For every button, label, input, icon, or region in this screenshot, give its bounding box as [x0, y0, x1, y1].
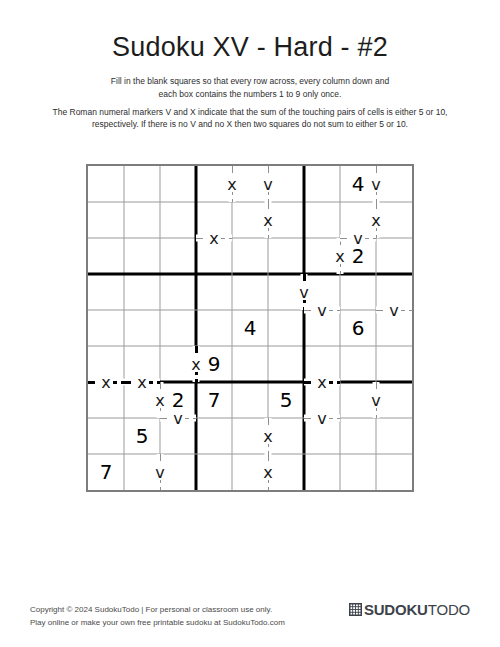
xv-marker-letter: V [387, 305, 400, 316]
cell-r5c1-empty [88, 310, 124, 346]
xv-marker-v-r1c8-east: V [373, 166, 380, 202]
cell-r2c2-empty [124, 202, 160, 238]
xv-marker-x-r3c7-east: X [337, 238, 344, 274]
xv-marker-letter: X [263, 213, 272, 228]
cell-r6c6-empty [268, 346, 304, 382]
xv-marker-x-r2c4-south: X [196, 235, 232, 242]
cell-r1c1-empty [88, 166, 124, 202]
xv-marker-letter: V [315, 305, 328, 316]
logo-text-sudoku: SUDOKU [364, 601, 428, 618]
xv-marker-letter: X [335, 249, 344, 264]
cell-r5c6-empty [268, 310, 304, 346]
sudokutodo-logo: SUDOKU TODO [349, 600, 470, 618]
xv-marker-x-r9c5-east: X [265, 454, 272, 490]
instructions-basic-line1: Fill in the blank squares so that every … [0, 75, 500, 88]
sudoku-grid-icon [349, 603, 364, 616]
instructions-xv-line2: respectively. If there is no V and no X … [0, 118, 500, 130]
xv-marker-x-r6c1-south: X [88, 379, 124, 386]
cell-r9c8-empty [340, 454, 376, 490]
cell-r2c1-empty [88, 202, 124, 238]
cell-r1c3-empty [160, 166, 196, 202]
xv-marker-letter: X [315, 377, 328, 388]
cell-r9c6-empty [268, 454, 304, 490]
xv-marker-letter: X [135, 377, 148, 388]
cell-r9c3-empty [160, 454, 196, 490]
xv-marker-letter: V [315, 413, 328, 424]
xv-marker-letter: X [263, 429, 272, 444]
cell-r7c6-given: 5 [268, 382, 304, 418]
xv-marker-x-r6c2-south: X [124, 379, 160, 386]
instructions-basic-line2: each box contains the numbers 1 to 9 onl… [0, 88, 500, 101]
xv-marker-x-r6c7-south: X [304, 379, 340, 386]
xv-marker-letter: X [191, 357, 200, 372]
xv-marker-letter: V [371, 177, 380, 192]
cell-r7c4-given: 7 [196, 382, 232, 418]
xv-marker-v-r1c5-east: V [265, 166, 272, 202]
copyright-line2: Play online or make your own free printa… [30, 617, 285, 630]
xv-marker-letter: X [99, 377, 112, 388]
cell-r5c2-empty [124, 310, 160, 346]
xv-marker-x-r2c5-east: X [265, 202, 272, 238]
cell-r3c5-empty [232, 238, 268, 274]
xv-marker-letter: X [371, 213, 380, 228]
copyright-text: Copyright © 2024 SudokuTodo | For person… [30, 604, 285, 629]
page-title: Sudoku XV - Hard - #2 [0, 32, 500, 63]
logo-text-todo: TODO [428, 601, 470, 618]
xv-marker-letter: X [227, 177, 236, 192]
cell-r8c9-empty [376, 418, 412, 454]
xv-marker-x-r2c8-east: X [373, 202, 380, 238]
cell-r5c4-empty [196, 310, 232, 346]
cell-r9c9-empty [376, 454, 412, 490]
cell-r4c1-empty [88, 274, 124, 310]
cell-r6c5-empty [232, 346, 268, 382]
cell-r3c6-empty [268, 238, 304, 274]
cell-r4c8-empty [340, 274, 376, 310]
cell-r2c7-empty [304, 202, 340, 238]
copyright-line1: Copyright © 2024 SudokuTodo | For person… [30, 604, 285, 617]
xv-marker-v-r4c7-south: V [304, 307, 340, 314]
xv-marker-v-r7c3-south: V [160, 415, 196, 422]
xv-marker-v-r9c2-east: V [157, 454, 164, 490]
cell-r4c5-empty [232, 274, 268, 310]
cell-r9c1-given: 7 [88, 454, 124, 490]
cell-r6c9-empty [376, 346, 412, 382]
cell-r5c3-empty [160, 310, 196, 346]
xv-marker-v-r4c9-south: V [376, 307, 412, 314]
xv-marker-v-r7c8-east: V [373, 382, 380, 418]
cell-r9c7-empty [304, 454, 340, 490]
cell-r2c9-empty [376, 202, 412, 238]
cell-r6c4-given: 9 [196, 346, 232, 382]
cell-r8c2-given: 5 [124, 418, 160, 454]
xv-marker-letter: V [171, 413, 184, 424]
cell-r3c9-empty [376, 238, 412, 274]
instructions-basic: Fill in the blank squares so that every … [0, 75, 500, 101]
instructions-xv-rule: The Roman numeral markers V and X indica… [0, 106, 500, 130]
cell-r9c4-empty [196, 454, 232, 490]
xv-marker-letter: V [351, 233, 364, 244]
cell-r3c3-empty [160, 238, 196, 274]
cell-r5c5-given: 4 [232, 310, 268, 346]
xv-marker-x-r8c5-east: X [265, 418, 272, 454]
cell-r1c2-empty [124, 166, 160, 202]
xv-marker-letter: V [371, 393, 380, 408]
xv-marker-x-r7c2-east: X [157, 382, 164, 418]
cell-r1c7-empty [304, 166, 340, 202]
xv-marker-v-r4c6-east: V [301, 274, 308, 310]
xv-marker-v-r7c7-south: V [304, 415, 340, 422]
xv-marker-x-r6c3-east: X [193, 346, 200, 382]
xv-marker-letter: X [207, 233, 220, 244]
cell-r8c6-empty [268, 418, 304, 454]
xv-marker-v-r2c8-south: V [340, 235, 376, 242]
xv-marker-x-r1c4-east: X [229, 166, 236, 202]
xv-marker-letter: V [299, 285, 308, 300]
cell-r7c9-empty [376, 382, 412, 418]
cell-r4c3-empty [160, 274, 196, 310]
cell-r8c8-empty [340, 418, 376, 454]
cell-r3c2-empty [124, 238, 160, 274]
xv-marker-letter: X [155, 393, 164, 408]
cell-r1c6-empty [268, 166, 304, 202]
cell-r1c9-empty [376, 166, 412, 202]
instructions-xv-line1: The Roman numeral markers V and X indica… [0, 106, 500, 118]
sudoku-board: 4246927557XVVXXXVXXVXVXXVVVXXXVV [86, 164, 414, 492]
cell-r4c2-empty [124, 274, 160, 310]
xv-marker-letter: V [263, 177, 272, 192]
xv-marker-letter: X [263, 465, 272, 480]
cell-r6c8-empty [340, 346, 376, 382]
cell-r2c6-empty [268, 202, 304, 238]
cell-r8c4-empty [196, 418, 232, 454]
cell-r2c3-empty [160, 202, 196, 238]
cell-r8c1-empty [88, 418, 124, 454]
cell-r3c1-empty [88, 238, 124, 274]
cell-r5c8-given: 6 [340, 310, 376, 346]
cell-r4c4-empty [196, 274, 232, 310]
cell-r7c5-empty [232, 382, 268, 418]
xv-marker-letter: V [155, 465, 164, 480]
